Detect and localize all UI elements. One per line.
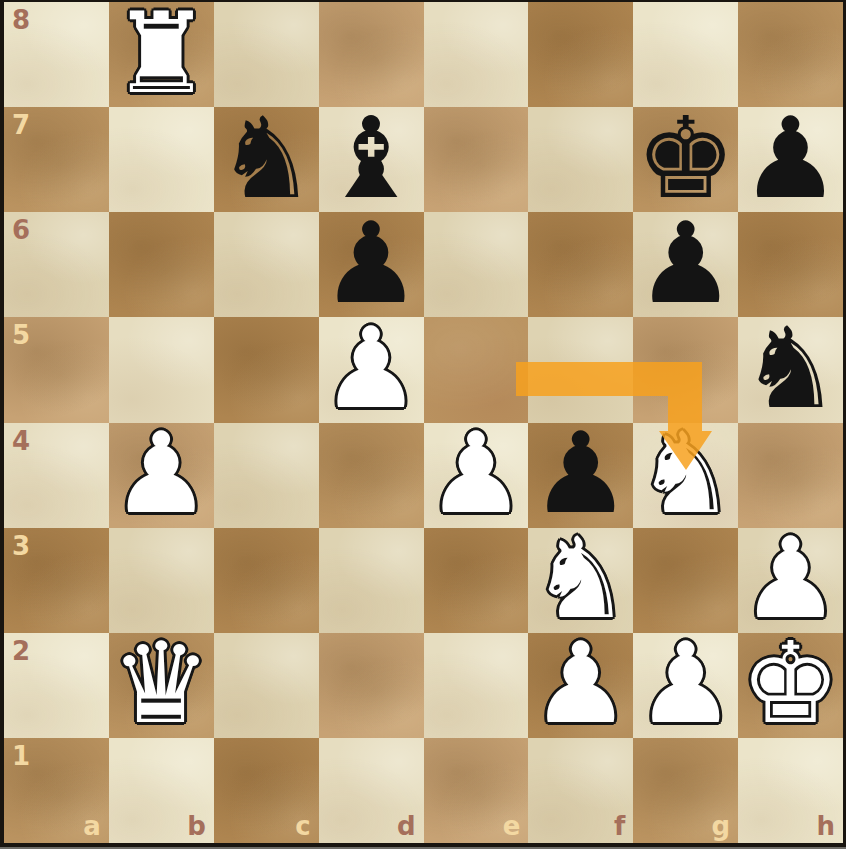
square-f2[interactable]: ♟ — [528, 633, 633, 738]
rank-label-6: 6 — [12, 215, 30, 245]
square-d5[interactable]: ♟ — [319, 317, 424, 422]
square-h2[interactable]: ♚ — [738, 633, 843, 738]
square-h7[interactable]: ♟ — [738, 107, 843, 212]
square-h4[interactable] — [738, 423, 843, 528]
black-pawn[interactable]: ♟ — [635, 211, 735, 315]
white-rook[interactable]: ♜ — [111, 1, 211, 105]
square-b4[interactable]: ♟ — [109, 423, 214, 528]
file-label-a: a — [83, 811, 101, 841]
white-knight[interactable]: ♞ — [531, 526, 631, 630]
square-b5[interactable] — [109, 317, 214, 422]
chess-board: 8♜7♞♝♚♟6♟♟5♟♞4♟♟♟♞3♞♟2♛♟♟♚1abcdefgh — [4, 2, 843, 843]
white-pawn[interactable]: ♟ — [426, 421, 526, 525]
square-e1[interactable]: e — [424, 738, 529, 843]
white-pawn[interactable]: ♟ — [321, 316, 421, 420]
square-g6[interactable]: ♟ — [633, 212, 738, 317]
black-bishop[interactable]: ♝ — [321, 106, 421, 210]
square-a5[interactable]: 5 — [4, 317, 109, 422]
square-a6[interactable]: 6 — [4, 212, 109, 317]
square-c8[interactable] — [214, 2, 319, 107]
square-d3[interactable] — [319, 528, 424, 633]
file-label-f: f — [614, 811, 625, 841]
square-b1[interactable]: b — [109, 738, 214, 843]
square-c2[interactable] — [214, 633, 319, 738]
square-a8[interactable]: 8 — [4, 2, 109, 107]
square-e4[interactable]: ♟ — [424, 423, 529, 528]
file-label-d: d — [397, 811, 416, 841]
square-b3[interactable] — [109, 528, 214, 633]
rank-label-2: 2 — [12, 636, 30, 666]
square-g3[interactable] — [633, 528, 738, 633]
black-pawn[interactable]: ♟ — [321, 211, 421, 315]
square-a4[interactable]: 4 — [4, 423, 109, 528]
square-f3[interactable]: ♞ — [528, 528, 633, 633]
square-c4[interactable] — [214, 423, 319, 528]
white-knight[interactable]: ♞ — [635, 421, 735, 525]
square-c1[interactable]: c — [214, 738, 319, 843]
square-g1[interactable]: g — [633, 738, 738, 843]
square-d1[interactable]: d — [319, 738, 424, 843]
square-e7[interactable] — [424, 107, 529, 212]
white-pawn[interactable]: ♟ — [531, 631, 631, 735]
square-e2[interactable] — [424, 633, 529, 738]
square-b2[interactable]: ♛ — [109, 633, 214, 738]
square-h5[interactable]: ♞ — [738, 317, 843, 422]
square-a2[interactable]: 2 — [4, 633, 109, 738]
square-e3[interactable] — [424, 528, 529, 633]
square-d6[interactable]: ♟ — [319, 212, 424, 317]
black-pawn[interactable]: ♟ — [740, 106, 840, 210]
square-g4[interactable]: ♞ — [633, 423, 738, 528]
rank-label-3: 3 — [12, 531, 30, 561]
black-king[interactable]: ♚ — [635, 106, 735, 210]
square-a7[interactable]: 7 — [4, 107, 109, 212]
square-h8[interactable] — [738, 2, 843, 107]
square-d2[interactable] — [319, 633, 424, 738]
square-c5[interactable] — [214, 317, 319, 422]
white-pawn[interactable]: ♟ — [740, 526, 840, 630]
chess-board-frame: 8♜7♞♝♚♟6♟♟5♟♞4♟♟♟♞3♞♟2♛♟♟♚1abcdefgh — [0, 0, 846, 849]
square-e5[interactable] — [424, 317, 529, 422]
square-g5[interactable] — [633, 317, 738, 422]
square-f5[interactable] — [528, 317, 633, 422]
square-h3[interactable]: ♟ — [738, 528, 843, 633]
rank-label-5: 5 — [12, 320, 30, 350]
file-label-e: e — [503, 811, 521, 841]
square-g2[interactable]: ♟ — [633, 633, 738, 738]
square-c6[interactable] — [214, 212, 319, 317]
square-d8[interactable] — [319, 2, 424, 107]
rank-label-4: 4 — [12, 426, 30, 456]
square-f8[interactable] — [528, 2, 633, 107]
square-f1[interactable]: f — [528, 738, 633, 843]
square-g7[interactable]: ♚ — [633, 107, 738, 212]
square-d4[interactable] — [319, 423, 424, 528]
square-h6[interactable] — [738, 212, 843, 317]
square-d7[interactable]: ♝ — [319, 107, 424, 212]
square-b6[interactable] — [109, 212, 214, 317]
square-f7[interactable] — [528, 107, 633, 212]
white-queen[interactable]: ♛ — [111, 631, 211, 735]
white-king[interactable]: ♚ — [740, 631, 840, 735]
square-b8[interactable]: ♜ — [109, 2, 214, 107]
square-e8[interactable] — [424, 2, 529, 107]
square-a1[interactable]: 1a — [4, 738, 109, 843]
rank-label-7: 7 — [12, 110, 30, 140]
white-pawn[interactable]: ♟ — [635, 631, 735, 735]
square-b7[interactable] — [109, 107, 214, 212]
rank-label-1: 1 — [12, 741, 30, 771]
file-label-b: b — [187, 811, 206, 841]
black-knight[interactable]: ♞ — [740, 316, 840, 420]
black-knight[interactable]: ♞ — [216, 106, 316, 210]
rank-label-8: 8 — [12, 5, 30, 35]
square-a3[interactable]: 3 — [4, 528, 109, 633]
file-label-h: h — [816, 811, 835, 841]
file-label-c: c — [295, 811, 310, 841]
square-f6[interactable] — [528, 212, 633, 317]
square-e6[interactable] — [424, 212, 529, 317]
square-c3[interactable] — [214, 528, 319, 633]
square-g8[interactable] — [633, 2, 738, 107]
square-h1[interactable]: h — [738, 738, 843, 843]
square-f4[interactable]: ♟ — [528, 423, 633, 528]
square-c7[interactable]: ♞ — [214, 107, 319, 212]
black-pawn[interactable]: ♟ — [531, 421, 631, 525]
white-pawn[interactable]: ♟ — [111, 421, 211, 525]
file-label-g: g — [712, 811, 731, 841]
